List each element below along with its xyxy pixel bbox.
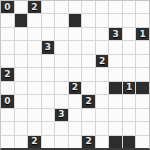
cell-7-7[interactable] bbox=[96, 95, 109, 107]
cell-3-5[interactable] bbox=[69, 41, 82, 53]
cell-1-0[interactable] bbox=[1, 14, 14, 26]
cell-3-0[interactable] bbox=[1, 41, 14, 53]
cell-2-1[interactable] bbox=[15, 28, 28, 40]
cell-5-0[interactable]: 2 bbox=[1, 68, 14, 80]
cell-10-9[interactable] bbox=[123, 136, 136, 148]
cell-5-9[interactable] bbox=[123, 68, 136, 80]
cell-0-2[interactable]: 2 bbox=[28, 1, 41, 13]
cell-5-5[interactable] bbox=[69, 68, 82, 80]
cell-2-0[interactable] bbox=[1, 28, 14, 40]
cell-1-3[interactable] bbox=[42, 14, 55, 26]
cell-1-4[interactable] bbox=[55, 14, 68, 26]
cell-7-3[interactable] bbox=[42, 95, 55, 107]
cell-1-6[interactable] bbox=[82, 14, 95, 26]
cell-6-2[interactable] bbox=[28, 82, 41, 94]
cell-6-7[interactable] bbox=[96, 82, 109, 94]
cell-10-3[interactable] bbox=[42, 136, 55, 148]
cell-1-7[interactable] bbox=[96, 14, 109, 26]
cell-10-0[interactable] bbox=[1, 136, 14, 148]
cell-2-6[interactable] bbox=[82, 28, 95, 40]
cell-8-10[interactable] bbox=[136, 109, 149, 121]
cell-8-6[interactable] bbox=[82, 109, 95, 121]
cell-10-5[interactable] bbox=[69, 136, 82, 148]
cell-3-7[interactable] bbox=[96, 41, 109, 53]
cell-9-3[interactable] bbox=[42, 122, 55, 134]
cell-10-10[interactable] bbox=[136, 136, 149, 148]
cell-4-10[interactable] bbox=[136, 55, 149, 67]
cell-6-1[interactable] bbox=[15, 82, 28, 94]
cell-9-10[interactable] bbox=[136, 122, 149, 134]
cell-5-7[interactable] bbox=[96, 68, 109, 80]
cell-0-4[interactable] bbox=[55, 1, 68, 13]
cell-6-10[interactable] bbox=[136, 82, 149, 94]
cell-5-2[interactable] bbox=[28, 68, 41, 80]
cell-7-8[interactable] bbox=[109, 95, 122, 107]
cell-0-0[interactable]: 0 bbox=[1, 1, 14, 13]
cell-5-1[interactable] bbox=[15, 68, 28, 80]
cell-7-9[interactable] bbox=[123, 95, 136, 107]
cell-7-5[interactable] bbox=[69, 95, 82, 107]
cell-7-6[interactable]: 2 bbox=[82, 95, 95, 107]
cell-0-3[interactable] bbox=[42, 1, 55, 13]
cell-6-6[interactable] bbox=[82, 82, 95, 94]
cell-2-4[interactable] bbox=[55, 28, 68, 40]
cell-0-6[interactable] bbox=[82, 1, 95, 13]
cell-3-3[interactable]: 3 bbox=[42, 41, 55, 53]
cell-3-8[interactable] bbox=[109, 41, 122, 53]
cell-2-9[interactable] bbox=[123, 28, 136, 40]
cell-8-9[interactable] bbox=[123, 109, 136, 121]
cell-10-7[interactable] bbox=[96, 136, 109, 148]
cell-10-8[interactable] bbox=[109, 136, 122, 148]
cell-4-9[interactable] bbox=[123, 55, 136, 67]
cell-1-8[interactable] bbox=[109, 14, 122, 26]
cell-5-6[interactable] bbox=[82, 68, 95, 80]
cell-2-7[interactable] bbox=[96, 28, 109, 40]
cell-4-6[interactable] bbox=[82, 55, 95, 67]
cell-2-5[interactable] bbox=[69, 28, 82, 40]
cell-3-4[interactable] bbox=[55, 41, 68, 53]
cell-4-0[interactable] bbox=[1, 55, 14, 67]
cell-3-9[interactable] bbox=[123, 41, 136, 53]
cell-3-2[interactable] bbox=[28, 41, 41, 53]
cell-0-10[interactable] bbox=[136, 1, 149, 13]
cell-6-5[interactable]: 2 bbox=[69, 82, 82, 94]
cell-9-0[interactable] bbox=[1, 122, 14, 134]
cell-10-4[interactable] bbox=[55, 136, 68, 148]
cell-9-7[interactable] bbox=[96, 122, 109, 134]
cell-8-3[interactable] bbox=[42, 109, 55, 121]
cell-6-4[interactable] bbox=[55, 82, 68, 94]
cell-5-8[interactable] bbox=[109, 68, 122, 80]
cell-6-0[interactable] bbox=[1, 82, 14, 94]
cell-7-0[interactable]: 0 bbox=[1, 95, 14, 107]
cell-0-7[interactable] bbox=[96, 1, 109, 13]
cell-2-8[interactable]: 3 bbox=[109, 28, 122, 40]
cell-4-5[interactable] bbox=[69, 55, 82, 67]
cell-9-1[interactable] bbox=[15, 122, 28, 134]
cell-6-3[interactable] bbox=[42, 82, 55, 94]
cell-10-6[interactable]: 2 bbox=[82, 136, 95, 148]
cell-8-8[interactable] bbox=[109, 109, 122, 121]
cell-10-1[interactable] bbox=[15, 136, 28, 148]
cell-0-8[interactable] bbox=[109, 1, 122, 13]
cell-5-10[interactable] bbox=[136, 68, 149, 80]
cell-5-4[interactable] bbox=[55, 68, 68, 80]
cell-8-5[interactable] bbox=[69, 109, 82, 121]
cell-1-5[interactable] bbox=[69, 14, 82, 26]
cell-7-2[interactable] bbox=[28, 95, 41, 107]
cell-1-2[interactable] bbox=[28, 14, 41, 26]
cell-8-7[interactable] bbox=[96, 109, 109, 121]
cell-2-10[interactable]: 1 bbox=[136, 28, 149, 40]
cell-4-7[interactable]: 2 bbox=[96, 55, 109, 67]
cell-8-0[interactable] bbox=[1, 109, 14, 121]
cell-7-4[interactable] bbox=[55, 95, 68, 107]
cell-0-1[interactable] bbox=[15, 1, 28, 13]
cell-2-2[interactable] bbox=[28, 28, 41, 40]
cell-1-1[interactable] bbox=[15, 14, 28, 26]
cell-4-2[interactable] bbox=[28, 55, 41, 67]
cell-7-10[interactable] bbox=[136, 95, 149, 107]
cell-10-2[interactable]: 2 bbox=[28, 136, 41, 148]
cell-0-9[interactable] bbox=[123, 1, 136, 13]
cell-8-2[interactable] bbox=[28, 109, 41, 121]
cell-4-8[interactable] bbox=[109, 55, 122, 67]
cell-9-6[interactable] bbox=[82, 122, 95, 134]
cell-2-3[interactable] bbox=[42, 28, 55, 40]
cell-1-10[interactable] bbox=[136, 14, 149, 26]
cell-8-1[interactable] bbox=[15, 109, 28, 121]
cell-6-9[interactable]: 1 bbox=[123, 82, 136, 94]
cell-5-3[interactable] bbox=[42, 68, 55, 80]
cell-3-6[interactable] bbox=[82, 41, 95, 53]
cell-4-4[interactable] bbox=[55, 55, 68, 67]
cell-4-3[interactable] bbox=[42, 55, 55, 67]
cell-1-9[interactable] bbox=[123, 14, 136, 26]
cell-6-8[interactable] bbox=[109, 82, 122, 94]
cell-3-10[interactable] bbox=[136, 41, 149, 53]
cell-7-1[interactable] bbox=[15, 95, 28, 107]
cell-9-5[interactable] bbox=[69, 122, 82, 134]
cell-8-4[interactable]: 3 bbox=[55, 109, 68, 121]
cell-9-9[interactable] bbox=[123, 122, 136, 134]
cell-0-5[interactable] bbox=[69, 1, 82, 13]
cell-3-1[interactable] bbox=[15, 41, 28, 53]
puzzle-board: 02313222102322 bbox=[0, 0, 150, 150]
cell-9-2[interactable] bbox=[28, 122, 41, 134]
cell-4-1[interactable] bbox=[15, 55, 28, 67]
cell-9-4[interactable] bbox=[55, 122, 68, 134]
cell-9-8[interactable] bbox=[109, 122, 122, 134]
